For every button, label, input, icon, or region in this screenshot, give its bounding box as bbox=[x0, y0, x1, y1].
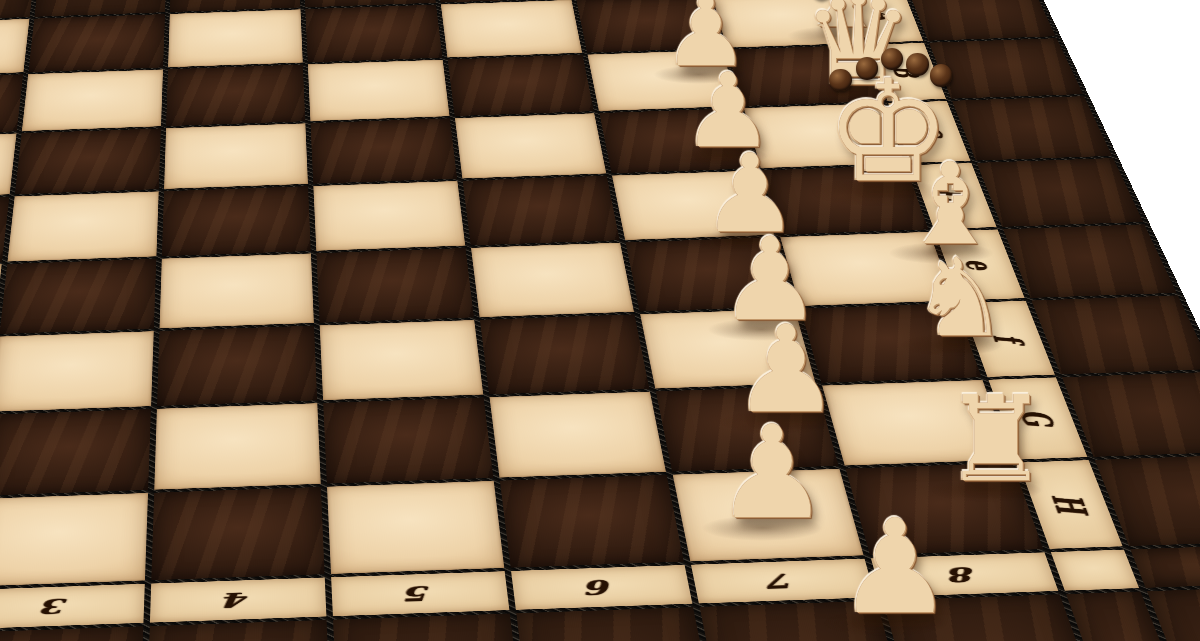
crown-finial-ball bbox=[906, 53, 928, 75]
square-b6[interactable] bbox=[448, 55, 594, 116]
board-photo-scene: ABCDefGH12345678 ♝♛♚♝♞♜♟♟♟♟♟♟♟ bbox=[0, 0, 1200, 641]
square-a5[interactable] bbox=[305, 5, 442, 63]
rank-label-text: 3 bbox=[43, 594, 70, 618]
board-frame bbox=[1031, 295, 1200, 374]
rank-label-text: 5 bbox=[406, 582, 434, 606]
crown-finial-ball bbox=[856, 57, 878, 79]
square-f5[interactable] bbox=[320, 320, 484, 400]
square-b2[interactable] bbox=[0, 74, 23, 136]
square-e3[interactable] bbox=[0, 259, 156, 334]
square-g5[interactable] bbox=[323, 397, 493, 483]
square-d5[interactable] bbox=[313, 181, 465, 251]
square-d4[interactable] bbox=[162, 186, 311, 256]
crown-finial-ball bbox=[930, 64, 952, 86]
rank-label-text: 6 bbox=[586, 575, 615, 599]
square-h3[interactable] bbox=[0, 493, 148, 587]
board-frame bbox=[0, 626, 143, 641]
square-a2[interactable] bbox=[0, 19, 29, 77]
white-pawn-glyph: ♟ bbox=[715, 409, 830, 537]
board-frame bbox=[333, 614, 530, 641]
square-e6[interactable] bbox=[471, 243, 634, 318]
square-h4[interactable] bbox=[151, 487, 324, 580]
square-h5[interactable] bbox=[327, 481, 504, 574]
file-label-text: H bbox=[1043, 493, 1096, 513]
board-frame bbox=[907, 0, 1055, 41]
white-rook-glyph: ♜ bbox=[943, 380, 1049, 498]
crown-finial-ball bbox=[829, 69, 851, 91]
square-c2[interactable] bbox=[0, 133, 17, 199]
square-c3[interactable] bbox=[15, 128, 161, 194]
square-g6[interactable] bbox=[490, 392, 666, 478]
square-b5[interactable] bbox=[308, 60, 450, 121]
coord-strip-corner bbox=[1051, 550, 1139, 591]
rank-label-6: 6 bbox=[511, 565, 692, 610]
square-g3[interactable] bbox=[0, 409, 151, 496]
board-frame bbox=[977, 158, 1144, 227]
square-c6[interactable] bbox=[455, 113, 606, 178]
chess-board: ABCDefGH12345678 bbox=[0, 0, 1200, 641]
square-h6[interactable] bbox=[500, 475, 684, 568]
square-a6[interactable] bbox=[441, 0, 582, 57]
board-frame bbox=[516, 607, 727, 641]
square-f4[interactable] bbox=[157, 326, 317, 406]
square-a4[interactable] bbox=[168, 9, 303, 67]
white-knight-glyph: ♞ bbox=[912, 244, 1009, 352]
rank-label-5: 5 bbox=[331, 571, 509, 616]
square-d6[interactable] bbox=[463, 176, 620, 246]
square-e5[interactable] bbox=[316, 248, 474, 323]
square-b4[interactable] bbox=[166, 65, 305, 127]
board-frame bbox=[144, 620, 334, 641]
rank-label-4: 4 bbox=[150, 577, 326, 622]
square-c5[interactable] bbox=[310, 118, 457, 183]
board-frame bbox=[1003, 224, 1177, 298]
square-g4[interactable] bbox=[154, 403, 320, 489]
board-frame bbox=[1130, 544, 1200, 588]
square-f3[interactable] bbox=[0, 331, 154, 412]
board-frame bbox=[929, 38, 1083, 98]
rank-label-text: 7 bbox=[767, 569, 798, 593]
square-a3[interactable] bbox=[28, 14, 165, 72]
white-pawn-glyph: ♟ bbox=[837, 502, 954, 632]
rank-label-text: 4 bbox=[225, 588, 251, 612]
square-e4[interactable] bbox=[160, 253, 314, 328]
square-d3[interactable] bbox=[7, 191, 158, 261]
rank-label-3: 3 bbox=[0, 584, 145, 629]
square-c4[interactable] bbox=[164, 123, 308, 189]
square-f6[interactable] bbox=[480, 314, 649, 394]
square-b3[interactable] bbox=[22, 69, 163, 131]
